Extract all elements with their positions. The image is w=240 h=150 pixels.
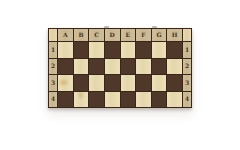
file-label-h: H [167, 29, 182, 41]
board-square-c4 [89, 92, 104, 108]
board-square-h3 [167, 75, 182, 91]
board-square-a3 [58, 75, 73, 91]
board-square-a1 [58, 42, 73, 58]
file-label-b: B [74, 29, 89, 41]
board-square-e3 [121, 75, 136, 91]
rank-label-left-4: 4 [49, 92, 57, 108]
rank-label-left-3: 3 [49, 75, 57, 91]
board-square-a2 [58, 59, 73, 75]
file-label-f: F [136, 29, 151, 41]
rank-label-right-2: 2 [183, 59, 191, 75]
board-square-h1 [167, 42, 182, 58]
rank-label-right-4: 4 [183, 92, 191, 108]
rank-label-left-1: 1 [49, 42, 57, 58]
board-square-b1 [74, 42, 89, 58]
file-label-g: G [152, 29, 167, 41]
frame-corner [49, 29, 57, 41]
file-label-e: E [121, 29, 136, 41]
file-label-a: A [58, 29, 73, 41]
board-square-c3 [89, 75, 104, 91]
board-square-d4 [105, 92, 120, 108]
board-square-d1 [105, 42, 120, 58]
board-square-h2 [167, 59, 182, 75]
file-label-c: C [89, 29, 104, 41]
board-square-e1 [121, 42, 136, 58]
board-square-a4 [58, 92, 73, 108]
board-grid: ABCDEFGH11223344 [48, 28, 192, 108]
board-square-f3 [136, 75, 151, 91]
board-square-f4 [136, 92, 151, 108]
board-square-g3 [152, 75, 167, 91]
rank-label-right-3: 3 [183, 75, 191, 91]
board-square-c1 [89, 42, 104, 58]
board-square-c2 [89, 59, 104, 75]
board-square-b4 [74, 92, 89, 108]
board-square-b3 [74, 75, 89, 91]
board-square-g4 [152, 92, 167, 108]
product-photo-scene: ABCDEFGH11223344 [0, 0, 240, 150]
board-square-e2 [121, 59, 136, 75]
rank-label-left-2: 2 [49, 59, 57, 75]
chess-board: ABCDEFGH11223344 [48, 28, 192, 108]
board-square-f1 [136, 42, 151, 58]
file-label-d: D [105, 29, 120, 41]
rank-label-right-1: 1 [183, 42, 191, 58]
board-square-g1 [152, 42, 167, 58]
board-square-f2 [136, 59, 151, 75]
board-square-b2 [74, 59, 89, 75]
board-square-e4 [121, 92, 136, 108]
board-square-d3 [105, 75, 120, 91]
board-square-h4 [167, 92, 182, 108]
frame-corner [183, 29, 191, 41]
board-square-g2 [152, 59, 167, 75]
board-square-d2 [105, 59, 120, 75]
